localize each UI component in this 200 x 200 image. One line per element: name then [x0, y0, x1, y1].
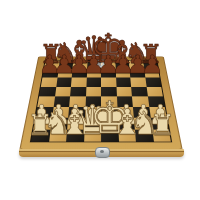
square-g5 — [131, 87, 147, 97]
square-f5 — [116, 87, 132, 97]
square-a8 — [44, 61, 59, 69]
square-d7 — [86, 69, 101, 78]
metal-clasp-icon — [95, 147, 110, 158]
square-f7 — [115, 69, 130, 78]
square-c3 — [68, 107, 85, 118]
square-d2 — [84, 118, 101, 130]
square-h1 — [152, 129, 171, 141]
square-f3 — [117, 107, 134, 118]
square-c5 — [70, 87, 86, 97]
square-d3 — [85, 107, 101, 118]
latch-ring-icon — [94, 55, 105, 68]
square-a6 — [41, 78, 57, 87]
square-e6 — [101, 78, 116, 87]
square-c2 — [67, 118, 84, 130]
square-e3 — [101, 107, 117, 118]
square-g7 — [130, 69, 145, 78]
square-b7 — [57, 69, 72, 78]
square-e1 — [101, 129, 118, 141]
square-c6 — [71, 78, 86, 87]
square-a2 — [33, 118, 51, 130]
square-h5 — [146, 87, 163, 97]
square-g8 — [129, 61, 144, 69]
square-g1 — [135, 129, 154, 141]
square-b1 — [49, 129, 68, 141]
square-f2 — [117, 118, 134, 130]
square-d5 — [86, 87, 101, 97]
square-h4 — [147, 96, 164, 106]
square-e4 — [101, 96, 117, 106]
square-d6 — [86, 78, 101, 87]
square-h6 — [145, 78, 161, 87]
square-g4 — [132, 96, 149, 106]
square-g3 — [133, 107, 150, 118]
square-h8 — [143, 61, 158, 69]
square-b3 — [52, 107, 69, 118]
square-f1 — [118, 129, 136, 141]
square-b5 — [55, 87, 71, 97]
square-g6 — [130, 78, 146, 87]
square-e5 — [101, 87, 116, 97]
square-b8 — [58, 61, 73, 69]
square-b4 — [53, 96, 70, 106]
square-d1 — [84, 129, 101, 141]
square-d4 — [85, 96, 101, 106]
square-e7 — [101, 69, 116, 78]
square-g2 — [134, 118, 152, 130]
square-c7 — [72, 69, 87, 78]
chess-set-photo: ♜♞♝♛♚♝♞♜♟♟♟♟♟♟♟♟♟♟♟♟♟♟♟♟♜♞♝♛♚♝♞♜ — [0, 0, 200, 200]
playing-area — [30, 60, 172, 142]
square-a5 — [39, 87, 56, 97]
square-c8 — [72, 61, 87, 69]
square-a1 — [31, 129, 50, 141]
square-a3 — [35, 107, 53, 118]
square-h2 — [150, 118, 168, 130]
square-c4 — [69, 96, 85, 106]
square-e2 — [101, 118, 118, 130]
square-f6 — [116, 78, 131, 87]
board-frame — [19, 56, 182, 149]
square-a7 — [42, 69, 58, 78]
square-h3 — [149, 107, 167, 118]
square-f8 — [115, 61, 130, 69]
square-b6 — [56, 78, 72, 87]
square-h7 — [144, 69, 160, 78]
square-a4 — [37, 96, 54, 106]
square-c1 — [66, 129, 84, 141]
square-f4 — [116, 96, 132, 106]
square-b2 — [50, 118, 68, 130]
